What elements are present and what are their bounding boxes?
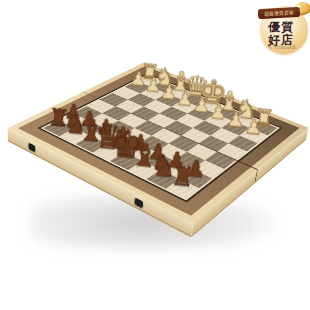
store-badge: 超級優質賣家 優質 好店 © hitbound <box>256 2 310 58</box>
latch-clasp <box>134 197 143 208</box>
chess-piece-r: ♜ <box>154 160 211 192</box>
badge-subtext: © hitbound <box>260 45 304 50</box>
fold-seam-edge <box>255 170 258 182</box>
latch-clasp <box>29 142 36 152</box>
product-photo: 超級優質賣家 優質 好店 © hitbound <box>0 0 310 310</box>
